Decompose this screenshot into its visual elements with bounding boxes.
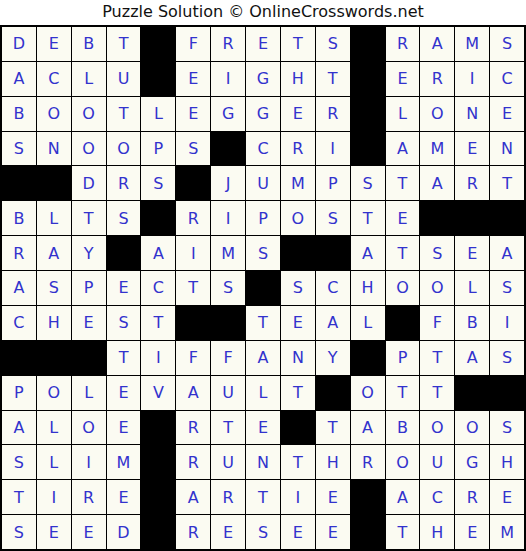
letter-cell: T — [386, 515, 420, 549]
letter-cell: L — [141, 97, 175, 131]
letter-cell: R — [316, 97, 350, 131]
page-title: Puzzle Solution © OnlineCrosswords.net — [0, 0, 526, 25]
letter-cell: E — [176, 97, 210, 131]
letter-cell: E — [386, 62, 420, 96]
black-cell — [141, 27, 175, 61]
letter-cell: R — [2, 236, 36, 270]
letter-cell: A — [176, 480, 210, 514]
letter-cell: F — [176, 341, 210, 375]
letter-cell: R — [455, 166, 489, 200]
letter-cell: F — [176, 27, 210, 61]
black-cell — [455, 201, 489, 235]
letter-cell: A — [386, 132, 420, 166]
letter-cell: O — [72, 97, 106, 131]
letter-cell: V — [141, 376, 175, 410]
letter-cell: R — [176, 201, 210, 235]
letter-cell: A — [420, 27, 454, 61]
letter-cell: E — [176, 62, 210, 96]
letter-cell: S — [246, 515, 280, 549]
letter-cell: H — [420, 515, 454, 549]
letter-cell: N — [37, 132, 71, 166]
letter-cell: E — [490, 480, 524, 514]
letter-cell: C — [316, 271, 350, 305]
letter-cell: I — [211, 201, 245, 235]
letter-cell: A — [490, 236, 524, 270]
letter-cell: U — [420, 445, 454, 479]
letter-cell: A — [351, 236, 385, 270]
letter-cell: H — [490, 445, 524, 479]
letter-cell: E — [316, 480, 350, 514]
letter-cell: E — [490, 97, 524, 131]
letter-cell: I — [455, 62, 489, 96]
black-cell — [2, 166, 36, 200]
letter-cell: E — [107, 271, 141, 305]
letter-cell: N — [246, 445, 280, 479]
letter-cell: M — [211, 236, 245, 270]
letter-cell: U — [211, 445, 245, 479]
letter-cell: T — [107, 341, 141, 375]
letter-cell: I — [316, 132, 350, 166]
black-cell — [107, 236, 141, 270]
letter-cell: T — [351, 201, 385, 235]
letter-cell: S — [490, 27, 524, 61]
letter-cell: I — [72, 445, 106, 479]
letter-cell: S — [490, 411, 524, 445]
letter-cell: A — [386, 480, 420, 514]
letter-cell: M — [455, 27, 489, 61]
letter-cell: T — [490, 166, 524, 200]
letter-cell: E — [281, 97, 315, 131]
letter-cell: L — [246, 376, 280, 410]
letter-cell: O — [351, 376, 385, 410]
letter-cell: L — [351, 306, 385, 340]
letter-cell: E — [455, 132, 489, 166]
letter-cell: T — [281, 376, 315, 410]
black-cell — [316, 376, 350, 410]
letter-cell: S — [2, 445, 36, 479]
black-cell — [281, 236, 315, 270]
letter-cell: E — [72, 515, 106, 549]
letter-cell: E — [281, 515, 315, 549]
letter-cell: S — [420, 236, 454, 270]
letter-cell: M — [420, 132, 454, 166]
black-cell — [386, 306, 420, 340]
letter-cell: P — [72, 271, 106, 305]
black-cell — [455, 376, 489, 410]
letter-cell: A — [2, 62, 36, 96]
letter-cell: M — [490, 515, 524, 549]
black-cell — [490, 201, 524, 235]
letter-cell: T — [386, 236, 420, 270]
letter-cell: L — [455, 271, 489, 305]
letter-cell: O — [386, 445, 420, 479]
letter-cell: B — [72, 27, 106, 61]
letter-cell: E — [316, 515, 350, 549]
black-cell — [351, 341, 385, 375]
letter-cell: R — [176, 515, 210, 549]
letter-cell: B — [2, 201, 36, 235]
black-cell — [351, 480, 385, 514]
black-cell — [141, 480, 175, 514]
letter-cell: T — [2, 480, 36, 514]
letter-cell: O — [37, 97, 71, 131]
letter-cell: A — [2, 271, 36, 305]
letter-cell: G — [246, 62, 280, 96]
letter-cell: H — [351, 271, 385, 305]
black-cell — [141, 515, 175, 549]
letter-cell: A — [351, 411, 385, 445]
black-cell — [490, 376, 524, 410]
letter-cell: D — [72, 166, 106, 200]
letter-cell: I — [490, 306, 524, 340]
letter-cell: O — [455, 411, 489, 445]
letter-cell: N — [281, 341, 315, 375]
letter-cell: C — [2, 306, 36, 340]
letter-cell: R — [176, 445, 210, 479]
letter-cell: O — [386, 271, 420, 305]
letter-cell: S — [246, 236, 280, 270]
letter-cell: B — [455, 306, 489, 340]
letter-cell: C — [490, 62, 524, 96]
letter-cell: B — [386, 411, 420, 445]
letter-cell: S — [490, 341, 524, 375]
letter-cell: S — [2, 515, 36, 549]
letter-cell: H — [37, 306, 71, 340]
letter-cell: R — [420, 62, 454, 96]
letter-cell: R — [211, 27, 245, 61]
letter-cell: U — [211, 376, 245, 410]
letter-cell: L — [37, 201, 71, 235]
letter-cell: I — [141, 341, 175, 375]
letter-cell: U — [107, 62, 141, 96]
letter-cell: S — [176, 132, 210, 166]
black-cell — [351, 132, 385, 166]
black-cell — [316, 236, 350, 270]
letter-cell: T — [72, 201, 106, 235]
letter-cell: D — [107, 515, 141, 549]
letter-cell: S — [281, 271, 315, 305]
black-cell — [351, 27, 385, 61]
letter-cell: P — [316, 166, 350, 200]
black-cell — [141, 201, 175, 235]
letter-cell: O — [420, 97, 454, 131]
letter-cell: S — [351, 166, 385, 200]
letter-cell: E — [107, 480, 141, 514]
letter-cell: R — [176, 411, 210, 445]
black-cell — [37, 341, 71, 375]
letter-cell: T — [107, 27, 141, 61]
letter-cell: O — [72, 411, 106, 445]
letter-cell: O — [281, 201, 315, 235]
puzzle-solution-page: Puzzle Solution © OnlineCrosswords.net D… — [0, 0, 526, 551]
letter-cell: I — [211, 62, 245, 96]
black-cell — [351, 62, 385, 96]
letter-cell: S — [490, 271, 524, 305]
letter-cell: A — [141, 236, 175, 270]
letter-cell: T — [246, 480, 280, 514]
letter-cell: E — [72, 306, 106, 340]
black-cell — [211, 306, 245, 340]
black-cell — [211, 132, 245, 166]
letter-cell: C — [420, 480, 454, 514]
letter-cell: C — [37, 62, 71, 96]
letter-cell: L — [386, 97, 420, 131]
letter-cell: R — [455, 480, 489, 514]
letter-cell: T — [211, 411, 245, 445]
letter-cell: O — [420, 271, 454, 305]
letter-cell: T — [420, 376, 454, 410]
letter-cell: L — [72, 376, 106, 410]
black-cell — [246, 271, 280, 305]
black-cell — [281, 411, 315, 445]
letter-cell: P — [2, 376, 36, 410]
letter-cell: E — [246, 27, 280, 61]
letter-cell: E — [246, 411, 280, 445]
letter-cell: T — [386, 166, 420, 200]
letter-cell: A — [2, 411, 36, 445]
letter-cell: T — [246, 306, 280, 340]
letter-cell: G — [455, 445, 489, 479]
letter-cell: O — [72, 132, 106, 166]
black-cell — [141, 411, 175, 445]
letter-cell: F — [420, 306, 454, 340]
letter-cell: S — [316, 201, 350, 235]
letter-cell: T — [316, 411, 350, 445]
letter-cell: D — [2, 27, 36, 61]
black-cell — [176, 306, 210, 340]
crossword-grid: DEBTFRETSRAMSACLUEIGHTERICBOOTLEGGERLONE… — [0, 25, 526, 551]
letter-cell: T — [176, 271, 210, 305]
letter-cell: R — [72, 480, 106, 514]
letter-cell: U — [246, 166, 280, 200]
letter-cell: P — [141, 132, 175, 166]
letter-cell: A — [455, 341, 489, 375]
letter-cell: G — [211, 97, 245, 131]
letter-cell: E — [37, 27, 71, 61]
letter-cell: O — [107, 132, 141, 166]
letter-cell: R — [281, 132, 315, 166]
letter-cell: R — [211, 480, 245, 514]
letter-cell: E — [211, 515, 245, 549]
letter-cell: R — [107, 166, 141, 200]
letter-cell: A — [316, 306, 350, 340]
letter-cell: L — [37, 411, 71, 445]
letter-cell: Y — [316, 341, 350, 375]
letter-cell: T — [281, 445, 315, 479]
letter-cell: E — [386, 201, 420, 235]
letter-cell: A — [37, 236, 71, 270]
letter-cell: E — [455, 236, 489, 270]
letter-cell: E — [281, 306, 315, 340]
letter-cell: R — [386, 27, 420, 61]
letter-cell: S — [141, 166, 175, 200]
letter-cell: S — [37, 271, 71, 305]
letter-cell: P — [246, 201, 280, 235]
letter-cell: T — [107, 97, 141, 131]
black-cell — [141, 445, 175, 479]
letter-cell: B — [2, 97, 36, 131]
letter-cell: P — [386, 341, 420, 375]
letter-cell: E — [455, 515, 489, 549]
letter-cell: J — [211, 166, 245, 200]
letter-cell: T — [386, 376, 420, 410]
letter-cell: L — [72, 62, 106, 96]
letter-cell: S — [107, 306, 141, 340]
letter-cell: I — [281, 480, 315, 514]
letter-cell: M — [281, 166, 315, 200]
letter-cell: G — [246, 97, 280, 131]
letter-cell: H — [281, 62, 315, 96]
letter-cell: T — [281, 27, 315, 61]
letter-cell: M — [107, 445, 141, 479]
black-cell — [176, 166, 210, 200]
black-cell — [351, 515, 385, 549]
black-cell — [420, 201, 454, 235]
letter-cell: S — [211, 271, 245, 305]
letter-cell: F — [211, 341, 245, 375]
letter-cell: E — [107, 376, 141, 410]
letter-cell: A — [420, 166, 454, 200]
letter-cell: T — [316, 62, 350, 96]
letter-cell: R — [351, 445, 385, 479]
letter-cell: H — [316, 445, 350, 479]
letter-cell: E — [107, 411, 141, 445]
letter-cell: A — [246, 341, 280, 375]
letter-cell: S — [107, 201, 141, 235]
letter-cell: O — [37, 376, 71, 410]
letter-cell: Y — [72, 236, 106, 270]
letter-cell: L — [37, 445, 71, 479]
letter-cell: O — [420, 411, 454, 445]
letter-cell: E — [37, 515, 71, 549]
letter-cell: I — [176, 236, 210, 270]
letter-cell: C — [141, 271, 175, 305]
letter-cell: T — [141, 306, 175, 340]
black-cell — [141, 62, 175, 96]
letter-cell: C — [246, 132, 280, 166]
letter-cell: N — [455, 97, 489, 131]
letter-cell: S — [2, 132, 36, 166]
letter-cell: S — [316, 27, 350, 61]
letter-cell: I — [37, 480, 71, 514]
letter-cell: T — [420, 341, 454, 375]
black-cell — [37, 166, 71, 200]
black-cell — [72, 341, 106, 375]
black-cell — [351, 97, 385, 131]
letter-cell: A — [176, 376, 210, 410]
black-cell — [2, 341, 36, 375]
letter-cell: N — [490, 132, 524, 166]
